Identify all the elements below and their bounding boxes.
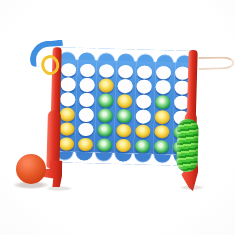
board-cell-r3c3 <box>96 93 115 108</box>
green-disc <box>135 139 150 153</box>
yellow-disc <box>59 122 74 136</box>
board-cell-r1c3 <box>97 63 116 78</box>
board-cell-r2c1 <box>58 77 77 92</box>
board-cell-r3c4 <box>115 94 134 109</box>
empty-hole <box>137 65 152 79</box>
board-cell-r4c5 <box>134 109 153 124</box>
orange-ball <box>16 154 46 184</box>
game-board <box>55 59 195 155</box>
yellow-disc <box>60 107 75 121</box>
empty-hole <box>118 65 133 79</box>
empty-hole <box>78 123 93 137</box>
right-foot-shadow <box>180 185 204 190</box>
yellow-disc <box>135 124 150 138</box>
empty-hole <box>99 64 114 78</box>
empty-hole <box>79 108 94 122</box>
board-cell-r3c6 <box>153 95 172 110</box>
board-cell-r2c2 <box>77 78 96 93</box>
empty-hole <box>117 79 132 93</box>
board-cell-r5c5 <box>133 124 152 139</box>
board-cell-r4c2 <box>77 107 96 122</box>
board-cell-r3c2 <box>77 92 96 107</box>
yellow-disc <box>116 124 131 138</box>
yellow-disc <box>59 137 74 151</box>
board-cell-r3c1 <box>58 92 77 107</box>
board-cell-r1c6 <box>154 65 173 80</box>
empty-hole <box>156 66 171 80</box>
empty-hole <box>60 93 75 107</box>
board-cell-r5c2 <box>76 122 95 137</box>
yellow-disc <box>98 79 113 93</box>
yellow-disc <box>116 139 131 153</box>
left-foot-shadow <box>46 186 72 191</box>
empty-hole <box>79 93 94 107</box>
green-disc <box>97 123 112 137</box>
green-disc <box>155 95 170 109</box>
board-cell-r5c3 <box>95 123 114 138</box>
product-photo-connect-four <box>0 0 235 235</box>
board-cell-r2c4 <box>115 79 134 94</box>
yellow-disc <box>155 110 170 124</box>
yellow-disc <box>117 94 132 108</box>
board-cell-r6c3 <box>95 137 114 152</box>
board-cell-r6c4 <box>114 138 133 153</box>
green-disc <box>98 109 113 123</box>
empty-hole <box>136 110 151 124</box>
board-cell-r1c2 <box>78 63 97 78</box>
empty-hole <box>136 80 151 94</box>
board-cell-r6c5 <box>133 139 152 154</box>
empty-hole <box>79 78 94 92</box>
left-post-lower <box>46 110 61 168</box>
green-disc <box>154 140 169 154</box>
empty-hole <box>136 95 151 109</box>
board-cell-r1c5 <box>135 64 154 79</box>
board-cell-r6c2 <box>76 137 95 152</box>
green-spring-coil <box>176 119 198 173</box>
board-cell-r4c6 <box>153 109 172 124</box>
empty-hole <box>61 63 76 77</box>
board-cell-r1c4 <box>116 64 135 79</box>
empty-hole <box>60 78 75 92</box>
board-cell-r2c5 <box>134 79 153 94</box>
board-cell-r2c6 <box>153 80 172 95</box>
board-cell-r4c3 <box>96 108 115 123</box>
board-grid <box>57 62 192 155</box>
board-cell-r5c4 <box>114 123 133 138</box>
green-disc <box>97 138 112 152</box>
board-cell-r5c6 <box>152 124 171 139</box>
board-cell-r2c3 <box>96 78 115 93</box>
yellow-disc <box>78 138 93 152</box>
empty-hole <box>155 80 170 94</box>
board-cell-r6c6 <box>152 139 171 154</box>
green-disc <box>117 109 132 123</box>
yellow-disc <box>154 125 169 139</box>
board-cell-r3c5 <box>134 94 153 109</box>
board-cell-r4c4 <box>115 108 134 123</box>
faint-hoop <box>198 56 234 70</box>
green-disc <box>98 94 113 108</box>
game-frame <box>0 0 235 235</box>
empty-hole <box>80 64 95 78</box>
